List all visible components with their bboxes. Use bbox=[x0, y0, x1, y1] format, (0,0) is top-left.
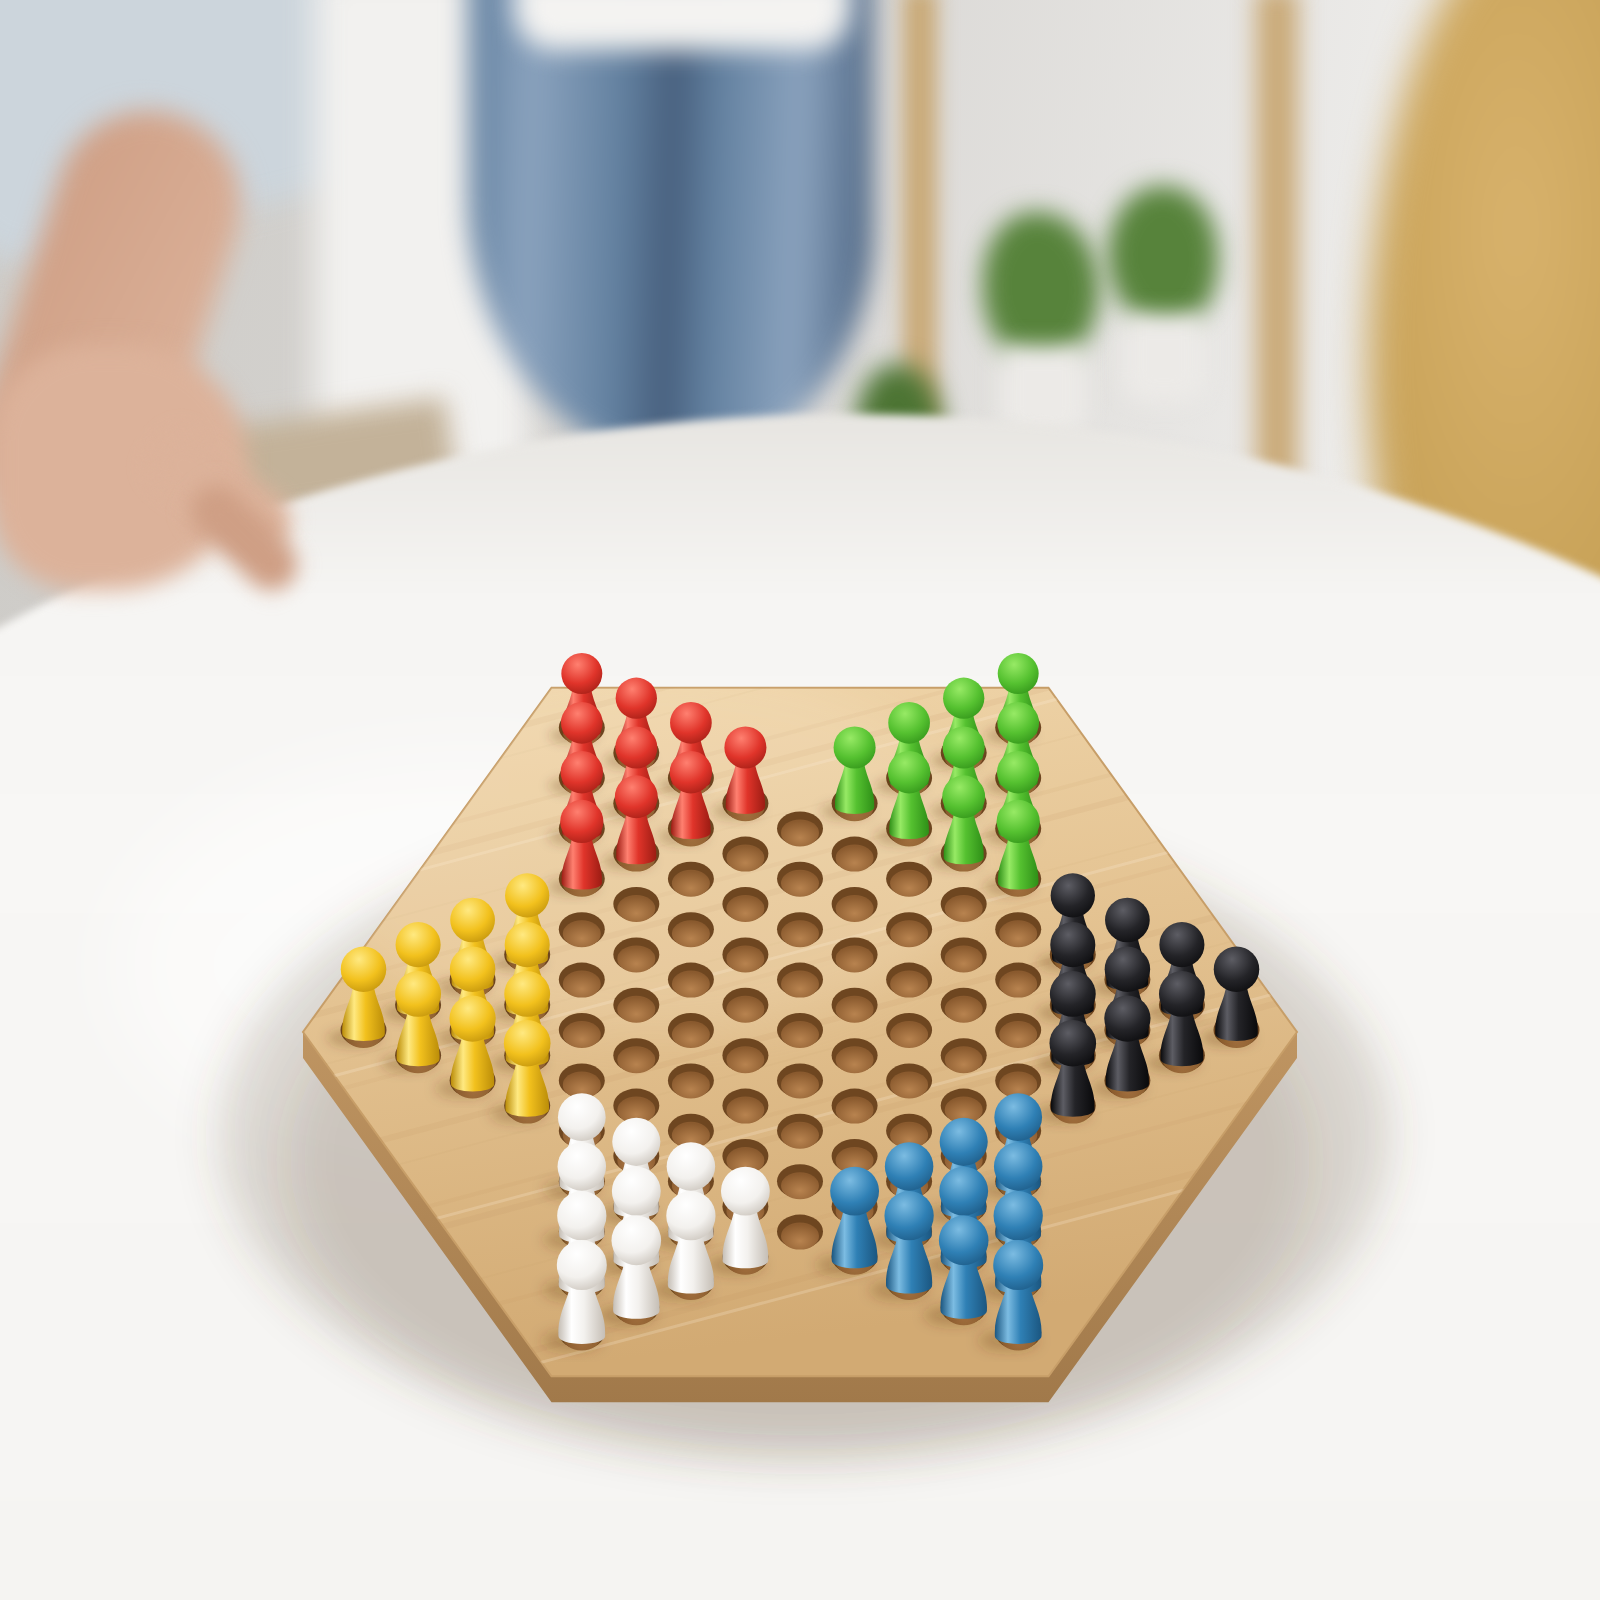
game-board bbox=[0, 0, 1600, 1600]
board-svg bbox=[0, 0, 1600, 1600]
scene bbox=[0, 0, 1600, 1600]
